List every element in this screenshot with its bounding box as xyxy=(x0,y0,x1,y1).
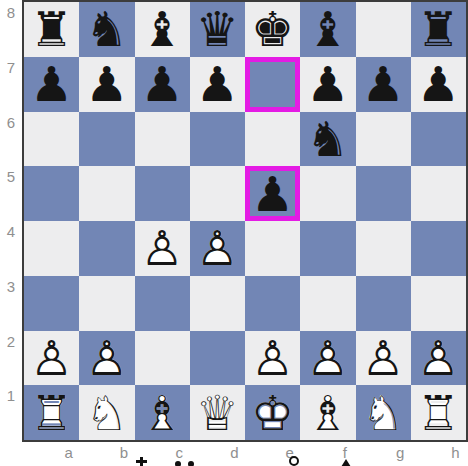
rank-label-8: 8 xyxy=(0,2,22,57)
square-d4[interactable]: ♟♙ xyxy=(190,221,245,276)
white-knight-b1[interactable]: ♞♘ xyxy=(79,385,134,440)
rank-label-3: 3 xyxy=(0,276,22,331)
chess-board[interactable]: ♜♞♝♛♚♝♜♟♟♟♟♟♟♟♞♟♟♙♟♙♟♙♟♙♟♙♟♙♟♙♟♙♜♖♞♘♝♗♛♕… xyxy=(24,2,466,440)
square-h1[interactable]: ♜♖ xyxy=(411,385,466,440)
square-h3[interactable] xyxy=(411,276,466,331)
file-labels: abcdefgh xyxy=(24,445,466,460)
rank-label-6: 6 xyxy=(0,112,22,167)
piece-outline-layer: ♙ xyxy=(411,331,466,386)
square-e7[interactable] xyxy=(245,57,300,112)
square-f3[interactable] xyxy=(300,276,355,331)
square-b4[interactable] xyxy=(79,221,134,276)
file-label-f: f xyxy=(317,445,372,460)
white-bishop-f1[interactable]: ♝♗ xyxy=(300,385,355,440)
rank-label-5: 5 xyxy=(0,166,22,221)
square-e2[interactable]: ♟♙ xyxy=(245,331,300,386)
square-h6[interactable] xyxy=(411,112,466,167)
cutoff-piece-ring-icon xyxy=(289,456,299,466)
square-c6[interactable] xyxy=(135,112,190,167)
piece-outline-layer: ♙ xyxy=(245,331,300,386)
black-rook-h8[interactable]: ♜ xyxy=(411,2,466,57)
black-bishop-c8[interactable]: ♝ xyxy=(135,2,190,57)
white-pawn-b2[interactable]: ♟♙ xyxy=(79,331,134,386)
square-g2[interactable]: ♟♙ xyxy=(356,331,411,386)
square-a1[interactable]: ♜♖ xyxy=(24,385,79,440)
square-e4[interactable] xyxy=(245,221,300,276)
file-label-d: d xyxy=(207,445,262,460)
square-h7[interactable]: ♟ xyxy=(411,57,466,112)
file-label-g: g xyxy=(373,445,428,460)
piece-outline-layer: ♙ xyxy=(356,331,411,386)
square-g1[interactable]: ♞♘ xyxy=(356,385,411,440)
square-d3[interactable] xyxy=(190,276,245,331)
square-f1[interactable]: ♝♗ xyxy=(300,385,355,440)
square-h8[interactable]: ♜ xyxy=(411,2,466,57)
piece-outline-layer: ♙ xyxy=(300,331,355,386)
square-f7[interactable]: ♟ xyxy=(300,57,355,112)
square-a3[interactable] xyxy=(24,276,79,331)
square-g4[interactable] xyxy=(356,221,411,276)
square-d2[interactable] xyxy=(190,331,245,386)
black-king-e8[interactable]: ♚ xyxy=(245,2,300,57)
file-label-h: h xyxy=(428,445,468,460)
piece-outline-layer: ♕ xyxy=(190,385,245,440)
rank-label-7: 7 xyxy=(0,57,22,112)
white-king-e1[interactable]: ♚♔ xyxy=(245,385,300,440)
square-e5[interactable]: ♟ xyxy=(245,166,300,221)
white-pawn-a2[interactable]: ♟♙ xyxy=(24,331,79,386)
square-d6[interactable] xyxy=(190,112,245,167)
white-rook-a1[interactable]: ♜♖ xyxy=(24,385,79,440)
square-b5[interactable] xyxy=(79,166,134,221)
white-knight-g1[interactable]: ♞♘ xyxy=(356,385,411,440)
file-label-a: a xyxy=(41,445,96,460)
square-d5[interactable] xyxy=(190,166,245,221)
black-pawn-g7[interactable]: ♟ xyxy=(356,57,411,112)
white-pawn-d4[interactable]: ♟♙ xyxy=(190,221,245,276)
square-a5[interactable] xyxy=(24,166,79,221)
square-a8[interactable]: ♜ xyxy=(24,2,79,57)
square-b7[interactable]: ♟ xyxy=(79,57,134,112)
file-label-b: b xyxy=(96,445,151,460)
black-pawn-b7[interactable]: ♟ xyxy=(79,57,134,112)
black-pawn-d7[interactable]: ♟ xyxy=(190,57,245,112)
square-c8[interactable]: ♝ xyxy=(135,2,190,57)
square-f4[interactable] xyxy=(300,221,355,276)
square-c1[interactable]: ♝♗ xyxy=(135,385,190,440)
square-c7[interactable]: ♟ xyxy=(135,57,190,112)
piece-outline-layer: ♙ xyxy=(79,331,134,386)
rank-label-4: 4 xyxy=(0,221,22,276)
board-frame: ♜♞♝♛♚♝♜♟♟♟♟♟♟♟♞♟♟♙♟♙♟♙♟♙♟♙♟♙♟♙♟♙♜♖♞♘♝♗♛♕… xyxy=(22,0,468,442)
black-pawn-f7[interactable]: ♟ xyxy=(300,57,355,112)
black-knight-b8[interactable]: ♞ xyxy=(79,2,134,57)
square-b2[interactable]: ♟♙ xyxy=(79,331,134,386)
square-g7[interactable]: ♟ xyxy=(356,57,411,112)
square-g8[interactable] xyxy=(356,2,411,57)
square-a2[interactable]: ♟♙ xyxy=(24,331,79,386)
square-f8[interactable]: ♝ xyxy=(300,2,355,57)
piece-outline-layer: ♘ xyxy=(356,385,411,440)
square-c2[interactable] xyxy=(135,331,190,386)
piece-outline-layer: ♗ xyxy=(135,385,190,440)
square-f2[interactable]: ♟♙ xyxy=(300,331,355,386)
white-pawn-e2[interactable]: ♟♙ xyxy=(245,331,300,386)
square-c5[interactable] xyxy=(135,166,190,221)
square-d7[interactable]: ♟ xyxy=(190,57,245,112)
square-h2[interactable]: ♟♙ xyxy=(411,331,466,386)
black-knight-f6[interactable]: ♞ xyxy=(300,112,355,167)
cutoff-piece-dot-icon xyxy=(188,461,194,466)
black-queen-d8[interactable]: ♛ xyxy=(190,2,245,57)
piece-outline-layer: ♘ xyxy=(79,385,134,440)
square-b6[interactable] xyxy=(79,112,134,167)
square-c4[interactable]: ♟♙ xyxy=(135,221,190,276)
rank-label-1: 1 xyxy=(0,385,22,440)
piece-outline-layer: ♙ xyxy=(135,221,190,276)
black-pawn-h7[interactable]: ♟ xyxy=(411,57,466,112)
square-e3[interactable] xyxy=(245,276,300,331)
piece-outline-layer: ♙ xyxy=(190,221,245,276)
square-g6[interactable] xyxy=(356,112,411,167)
white-pawn-g2[interactable]: ♟♙ xyxy=(356,331,411,386)
white-pawn-h2[interactable]: ♟♙ xyxy=(411,331,466,386)
cutoff-piece-cross-icon xyxy=(136,460,147,463)
black-bishop-f8[interactable]: ♝ xyxy=(300,2,355,57)
file-label-c: c xyxy=(152,445,207,460)
black-pawn-a7[interactable]: ♟ xyxy=(24,57,79,112)
square-g5[interactable] xyxy=(356,166,411,221)
black-pawn-e5[interactable]: ♟ xyxy=(245,166,300,221)
square-e6[interactable] xyxy=(245,112,300,167)
square-e1[interactable]: ♚♔ xyxy=(245,385,300,440)
square-f6[interactable]: ♞ xyxy=(300,112,355,167)
white-pawn-c4[interactable]: ♟♙ xyxy=(135,221,190,276)
piece-outline-layer: ♙ xyxy=(24,331,79,386)
square-h4[interactable] xyxy=(411,221,466,276)
square-a7[interactable]: ♟ xyxy=(24,57,79,112)
white-rook-h1[interactable]: ♜♖ xyxy=(411,385,466,440)
square-c3[interactable] xyxy=(135,276,190,331)
square-g3[interactable] xyxy=(356,276,411,331)
piece-outline-layer: ♖ xyxy=(24,385,79,440)
piece-outline-layer: ♔ xyxy=(245,385,300,440)
white-queen-d1[interactable]: ♛♕ xyxy=(190,385,245,440)
square-f5[interactable] xyxy=(300,166,355,221)
square-d1[interactable]: ♛♕ xyxy=(190,385,245,440)
square-a6[interactable] xyxy=(24,112,79,167)
white-bishop-c1[interactable]: ♝♗ xyxy=(135,385,190,440)
square-b3[interactable] xyxy=(79,276,134,331)
square-h5[interactable] xyxy=(411,166,466,221)
piece-outline-layer: ♗ xyxy=(300,385,355,440)
cutoff-piece-dot-icon xyxy=(175,461,181,466)
piece-outline-layer: ♖ xyxy=(411,385,466,440)
black-pawn-c7[interactable]: ♟ xyxy=(135,57,190,112)
square-b8[interactable]: ♞ xyxy=(79,2,134,57)
cutoff-piece-triangle-icon xyxy=(341,459,351,466)
rank-labels: 87654321 xyxy=(0,2,22,440)
square-a4[interactable] xyxy=(24,221,79,276)
chess-board-panel: 87654321 ♜♞♝♛♚♝♜♟♟♟♟♟♟♟♞♟♟♙♟♙♟♙♟♙♟♙♟♙♟♙♟… xyxy=(0,0,468,466)
rank-label-2: 2 xyxy=(0,331,22,386)
square-b1[interactable]: ♞♘ xyxy=(79,385,134,440)
black-rook-a8[interactable]: ♜ xyxy=(24,2,79,57)
white-pawn-f2[interactable]: ♟♙ xyxy=(300,331,355,386)
square-e8[interactable]: ♚ xyxy=(245,2,300,57)
square-d8[interactable]: ♛ xyxy=(190,2,245,57)
